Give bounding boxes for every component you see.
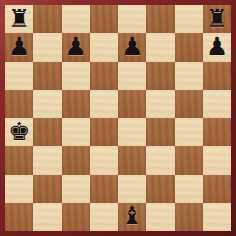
black-pawn[interactable]: ♟ [8, 34, 30, 59]
square-c4[interactable] [62, 118, 90, 146]
square-e6[interactable] [118, 62, 146, 90]
square-b1[interactable] [33, 203, 61, 231]
square-f5[interactable] [146, 90, 174, 118]
square-d5[interactable] [90, 90, 118, 118]
square-h5[interactable] [203, 90, 231, 118]
square-e2[interactable] [118, 175, 146, 203]
square-g3[interactable] [175, 146, 203, 174]
black-rook[interactable]: ♜ [8, 6, 30, 31]
square-d4[interactable] [90, 118, 118, 146]
square-e8[interactable] [118, 5, 146, 33]
square-f2[interactable] [146, 175, 174, 203]
square-a4[interactable]: ♚ [5, 118, 33, 146]
square-e1[interactable]: ♝ [118, 203, 146, 231]
square-a8[interactable]: ♜ [5, 5, 33, 33]
square-h7[interactable]: ♟ [203, 33, 231, 61]
square-d1[interactable] [90, 203, 118, 231]
square-d3[interactable] [90, 146, 118, 174]
square-c2[interactable] [62, 175, 90, 203]
square-h3[interactable] [203, 146, 231, 174]
square-a1[interactable] [5, 203, 33, 231]
square-h2[interactable] [203, 175, 231, 203]
square-g5[interactable] [175, 90, 203, 118]
square-e7[interactable]: ♟ [118, 33, 146, 61]
square-a3[interactable] [5, 146, 33, 174]
chess-board: ♜♜♟♟♟♟♚♝ [5, 5, 231, 231]
square-g7[interactable] [175, 33, 203, 61]
black-rook[interactable]: ♜ [206, 6, 228, 31]
black-pawn[interactable]: ♟ [121, 34, 143, 59]
square-c1[interactable] [62, 203, 90, 231]
square-b2[interactable] [33, 175, 61, 203]
square-h8[interactable]: ♜ [203, 5, 231, 33]
black-king[interactable]: ♚ [8, 119, 30, 144]
square-h6[interactable] [203, 62, 231, 90]
square-a7[interactable]: ♟ [5, 33, 33, 61]
square-b6[interactable] [33, 62, 61, 90]
black-bishop[interactable]: ♝ [121, 203, 143, 228]
square-d8[interactable] [90, 5, 118, 33]
board-frame: ♜♜♟♟♟♟♚♝ [0, 0, 236, 236]
square-h1[interactable] [203, 203, 231, 231]
square-g1[interactable] [175, 203, 203, 231]
square-a5[interactable] [5, 90, 33, 118]
square-c8[interactable] [62, 5, 90, 33]
black-pawn[interactable]: ♟ [64, 34, 86, 59]
square-g6[interactable] [175, 62, 203, 90]
square-c6[interactable] [62, 62, 90, 90]
square-f6[interactable] [146, 62, 174, 90]
square-d7[interactable] [90, 33, 118, 61]
square-b4[interactable] [33, 118, 61, 146]
square-c5[interactable] [62, 90, 90, 118]
square-h4[interactable] [203, 118, 231, 146]
square-f4[interactable] [146, 118, 174, 146]
square-e3[interactable] [118, 146, 146, 174]
black-pawn[interactable]: ♟ [206, 34, 228, 59]
square-f1[interactable] [146, 203, 174, 231]
square-d6[interactable] [90, 62, 118, 90]
square-f7[interactable] [146, 33, 174, 61]
square-a2[interactable] [5, 175, 33, 203]
square-e5[interactable] [118, 90, 146, 118]
square-g8[interactable] [175, 5, 203, 33]
square-f8[interactable] [146, 5, 174, 33]
square-c7[interactable]: ♟ [62, 33, 90, 61]
square-g4[interactable] [175, 118, 203, 146]
square-b8[interactable] [33, 5, 61, 33]
square-b5[interactable] [33, 90, 61, 118]
square-e4[interactable] [118, 118, 146, 146]
square-d2[interactable] [90, 175, 118, 203]
square-a6[interactable] [5, 62, 33, 90]
square-b7[interactable] [33, 33, 61, 61]
square-f3[interactable] [146, 146, 174, 174]
square-b3[interactable] [33, 146, 61, 174]
square-g2[interactable] [175, 175, 203, 203]
square-c3[interactable] [62, 146, 90, 174]
